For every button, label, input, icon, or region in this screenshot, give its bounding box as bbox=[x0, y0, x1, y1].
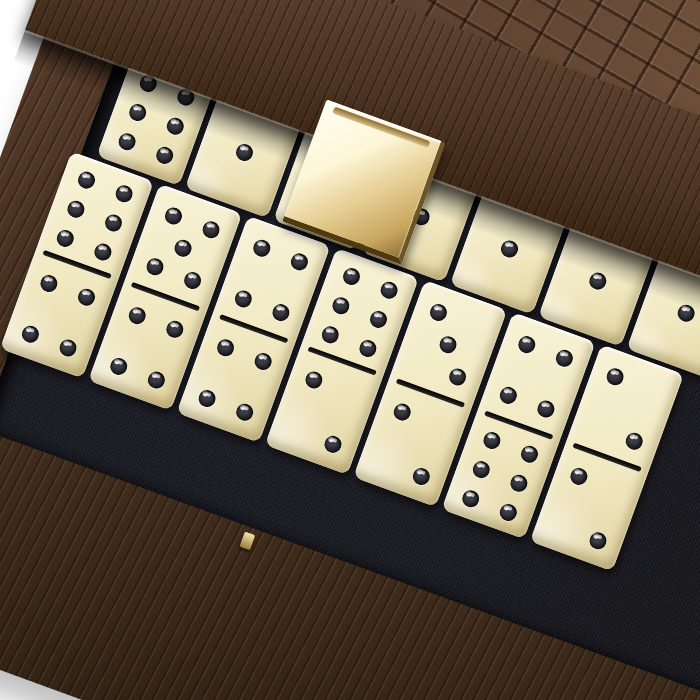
pip bbox=[411, 466, 433, 488]
pip bbox=[38, 273, 60, 295]
pip bbox=[481, 430, 503, 452]
pip bbox=[113, 183, 135, 205]
pip bbox=[108, 355, 130, 377]
pip bbox=[587, 530, 609, 552]
pip bbox=[54, 227, 76, 249]
pip bbox=[675, 302, 697, 324]
pip bbox=[65, 198, 87, 220]
pip bbox=[427, 302, 449, 324]
pip bbox=[303, 369, 325, 391]
pip bbox=[75, 169, 97, 191]
pip bbox=[319, 324, 341, 346]
pip bbox=[499, 238, 521, 260]
pip bbox=[57, 337, 79, 359]
pip bbox=[144, 256, 166, 278]
product-photo-domino-case bbox=[0, 0, 700, 700]
pip bbox=[162, 205, 184, 227]
pip bbox=[234, 142, 256, 164]
pip bbox=[103, 212, 125, 234]
pip bbox=[587, 270, 609, 292]
pip bbox=[234, 401, 256, 423]
pip bbox=[624, 430, 646, 452]
pip bbox=[214, 337, 236, 359]
pip bbox=[232, 288, 254, 310]
pip bbox=[92, 241, 114, 263]
pip bbox=[437, 334, 459, 356]
pip bbox=[519, 443, 541, 465]
pip bbox=[391, 401, 413, 423]
pip bbox=[460, 488, 482, 510]
pip bbox=[196, 388, 218, 410]
pip bbox=[127, 102, 149, 124]
pip bbox=[126, 305, 148, 327]
pip bbox=[270, 302, 292, 324]
pip bbox=[378, 279, 400, 301]
pip bbox=[146, 369, 168, 391]
pip bbox=[182, 270, 204, 292]
pip bbox=[330, 295, 352, 317]
pip bbox=[447, 366, 469, 388]
pip bbox=[357, 338, 379, 360]
pip bbox=[340, 266, 362, 288]
pip bbox=[604, 366, 626, 388]
pip bbox=[172, 237, 194, 259]
pip bbox=[554, 348, 576, 370]
pip bbox=[322, 434, 344, 456]
pip bbox=[498, 502, 520, 524]
pip bbox=[251, 237, 273, 259]
pip bbox=[508, 472, 530, 494]
pip bbox=[252, 351, 274, 373]
pip bbox=[164, 319, 186, 341]
pip bbox=[535, 398, 557, 420]
pip bbox=[497, 384, 519, 406]
pip bbox=[470, 459, 492, 481]
pip bbox=[76, 286, 98, 308]
wooden-domino-case bbox=[0, 0, 700, 700]
pip bbox=[200, 219, 222, 241]
pip bbox=[368, 309, 390, 331]
pip bbox=[154, 145, 176, 167]
pip bbox=[165, 115, 187, 137]
pip bbox=[568, 465, 590, 487]
pip bbox=[116, 131, 138, 153]
pip bbox=[516, 334, 538, 356]
pip bbox=[289, 251, 311, 273]
pip bbox=[19, 323, 41, 345]
